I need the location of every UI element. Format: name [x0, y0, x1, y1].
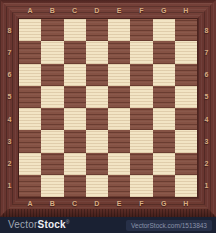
square-e1[interactable]	[108, 175, 130, 197]
square-f3[interactable]	[130, 130, 152, 152]
square-g7[interactable]	[153, 41, 175, 63]
board-back-edge	[0, 0, 216, 3]
square-d8[interactable]	[86, 19, 108, 41]
square-d7[interactable]	[86, 41, 108, 63]
square-f7[interactable]	[130, 41, 152, 63]
square-c4[interactable]	[64, 108, 86, 130]
square-h6[interactable]	[175, 64, 197, 86]
square-g6[interactable]	[153, 64, 175, 86]
square-d1[interactable]	[86, 175, 108, 197]
square-f6[interactable]	[130, 64, 152, 86]
square-h3[interactable]	[175, 130, 197, 152]
square-b5[interactable]	[41, 86, 63, 108]
square-h4[interactable]	[175, 108, 197, 130]
square-c3[interactable]	[64, 130, 86, 152]
square-e5[interactable]	[108, 86, 130, 108]
vectorstock-credit: VectorStock.com/1513843	[126, 220, 212, 231]
board-front-edge	[0, 209, 216, 217]
square-h1[interactable]	[175, 175, 197, 197]
square-c8[interactable]	[64, 19, 86, 41]
square-g8[interactable]	[153, 19, 175, 41]
logo-suffix: Stock	[38, 220, 66, 231]
square-b7[interactable]	[41, 41, 63, 63]
vectorstock-logo: VectorStock®	[8, 219, 70, 230]
square-b8[interactable]	[41, 19, 63, 41]
square-e6[interactable]	[108, 64, 130, 86]
square-d4[interactable]	[86, 108, 108, 130]
square-d2[interactable]	[86, 153, 108, 175]
square-f1[interactable]	[130, 175, 152, 197]
square-e3[interactable]	[108, 130, 130, 152]
square-b1[interactable]	[41, 175, 63, 197]
square-h5[interactable]	[175, 86, 197, 108]
square-f4[interactable]	[130, 108, 152, 130]
square-c2[interactable]	[64, 153, 86, 175]
watermark-bar: VectorStock® VectorStock.com/1513843	[0, 217, 216, 233]
chess-board: ABCDEFGH ABCDEFGH 87654321 87654321	[0, 0, 216, 217]
square-c5[interactable]	[64, 86, 86, 108]
square-a5[interactable]	[19, 86, 41, 108]
square-d6[interactable]	[86, 64, 108, 86]
square-a3[interactable]	[19, 130, 41, 152]
square-g5[interactable]	[153, 86, 175, 108]
square-h7[interactable]	[175, 41, 197, 63]
squares-grid	[19, 19, 197, 197]
square-f8[interactable]	[130, 19, 152, 41]
square-a2[interactable]	[19, 153, 41, 175]
square-g2[interactable]	[153, 153, 175, 175]
square-h2[interactable]	[175, 153, 197, 175]
square-b3[interactable]	[41, 130, 63, 152]
square-a1[interactable]	[19, 175, 41, 197]
square-f5[interactable]	[130, 86, 152, 108]
square-b4[interactable]	[41, 108, 63, 130]
square-c1[interactable]	[64, 175, 86, 197]
square-g3[interactable]	[153, 130, 175, 152]
square-b6[interactable]	[41, 64, 63, 86]
square-h8[interactable]	[175, 19, 197, 41]
square-e4[interactable]	[108, 108, 130, 130]
square-b2[interactable]	[41, 153, 63, 175]
logo-prefix: Vector	[8, 220, 38, 231]
square-d5[interactable]	[86, 86, 108, 108]
square-a8[interactable]	[19, 19, 41, 41]
square-e7[interactable]	[108, 41, 130, 63]
registered-mark-icon: ®	[66, 219, 70, 225]
square-a6[interactable]	[19, 64, 41, 86]
square-a4[interactable]	[19, 108, 41, 130]
square-g1[interactable]	[153, 175, 175, 197]
vectorstock-preview: ABCDEFGH ABCDEFGH 87654321 87654321 Vect…	[0, 0, 216, 233]
square-g4[interactable]	[153, 108, 175, 130]
square-e2[interactable]	[108, 153, 130, 175]
square-e8[interactable]	[108, 19, 130, 41]
square-c7[interactable]	[64, 41, 86, 63]
square-a7[interactable]	[19, 41, 41, 63]
square-d3[interactable]	[86, 130, 108, 152]
square-c6[interactable]	[64, 64, 86, 86]
square-f2[interactable]	[130, 153, 152, 175]
